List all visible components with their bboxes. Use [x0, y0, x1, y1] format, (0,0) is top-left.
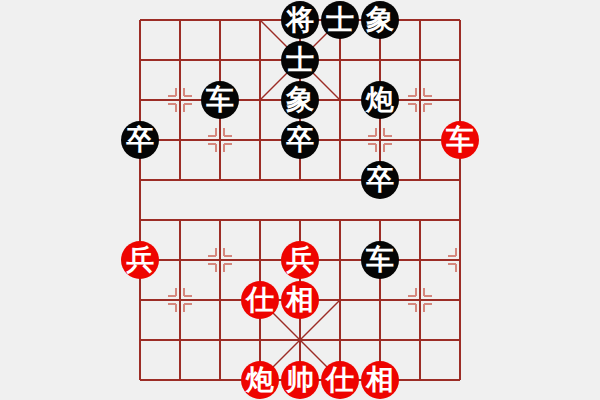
piece-red-elephant[interactable]: 相: [281, 281, 319, 319]
piece-red-soldier[interactable]: 兵: [121, 241, 159, 279]
piece-red-advisor[interactable]: 仕: [321, 361, 359, 399]
piece-black-soldier[interactable]: 卒: [121, 121, 159, 159]
piece-black-soldier[interactable]: 卒: [361, 161, 399, 199]
piece-black-cannon[interactable]: 炮: [361, 81, 399, 119]
piece-red-elephant[interactable]: 相: [361, 361, 399, 399]
piece-black-elephant[interactable]: 象: [281, 81, 319, 119]
xiangqi-app: 将士象士车象炮卒卒卒车车兵兵仕相炮帅仕相: [0, 0, 600, 400]
piece-black-general[interactable]: 将: [281, 1, 319, 39]
piece-black-chariot[interactable]: 车: [361, 241, 399, 279]
piece-black-soldier[interactable]: 卒: [281, 121, 319, 159]
piece-red-advisor[interactable]: 仕: [241, 281, 279, 319]
piece-black-elephant[interactable]: 象: [361, 1, 399, 39]
piece-red-chariot[interactable]: 车: [441, 121, 479, 159]
piece-red-soldier[interactable]: 兵: [281, 241, 319, 279]
piece-black-chariot[interactable]: 车: [201, 81, 239, 119]
xiangqi-board[interactable]: 将士象士车象炮卒卒卒车车兵兵仕相炮帅仕相: [120, 0, 480, 400]
piece-red-general[interactable]: 帅: [281, 361, 319, 399]
piece-red-cannon[interactable]: 炮: [241, 361, 279, 399]
piece-black-advisor[interactable]: 士: [281, 41, 319, 79]
piece-black-advisor[interactable]: 士: [321, 1, 359, 39]
